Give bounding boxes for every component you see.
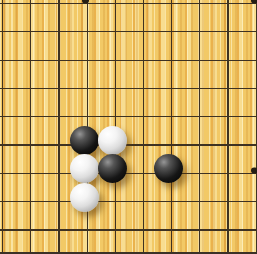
white-stone: ○ (70, 154, 99, 183)
white-stone: ○ (70, 183, 99, 212)
go-board[interactable]: ●○○●●○ (0, 0, 257, 254)
white-stone: ○ (98, 126, 127, 155)
black-stone: ● (70, 126, 99, 155)
black-stone: ● (154, 154, 183, 183)
hoshi-star-point (251, 0, 257, 4)
hoshi-star-point (251, 167, 257, 173)
board-grid: ●○○●●○ (0, 0, 257, 244)
hoshi-star-point (82, 0, 88, 4)
black-stone: ● (98, 154, 127, 183)
